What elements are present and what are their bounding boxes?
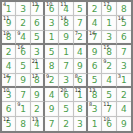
- cell-r6c9[interactable]: 31: [117, 74, 131, 88]
- cell-r6c1[interactable]: 167: [2, 74, 16, 88]
- cell-r4c8[interactable]: 158: [102, 45, 116, 59]
- cell-r9c7[interactable]: 1: [88, 117, 102, 131]
- digit-r5c9: 3: [121, 62, 127, 71]
- cell-r3c3[interactable]: 5: [31, 31, 45, 45]
- cell-r3c4[interactable]: 1: [45, 31, 59, 45]
- digit-r2c8: 1: [106, 19, 112, 28]
- digit-r8c9: 4: [121, 105, 127, 114]
- cage-sum-r7c1: 10: [3, 88, 9, 93]
- cell-r6c4[interactable]: 92: [45, 74, 59, 88]
- cell-r2c1[interactable]: 119: [2, 16, 16, 30]
- digit-r7c4: 4: [49, 91, 55, 100]
- cell-r5c8[interactable]: 92: [102, 59, 116, 73]
- cage-sum-r6c1: 16: [3, 74, 9, 79]
- digit-r3c4: 1: [49, 33, 55, 42]
- cell-r2c8[interactable]: 1: [102, 16, 116, 30]
- cell-r4c9[interactable]: 7: [117, 45, 131, 59]
- cell-r2c5[interactable]: 148: [59, 16, 73, 30]
- cell-r4c4[interactable]: 5: [45, 45, 59, 59]
- cage-sum-r8c2: 9: [17, 102, 20, 107]
- cell-r7c1[interactable]: 103: [2, 88, 16, 102]
- cell-r4c5[interactable]: 1: [59, 45, 73, 59]
- digit-r4c5: 1: [63, 48, 69, 57]
- cage-sum-r3c6: 7: [75, 31, 78, 36]
- digit-r1c7: 2: [92, 5, 98, 14]
- cage-sum-r7c6: 12: [75, 88, 81, 93]
- cell-r4c3[interactable]: 3: [31, 45, 45, 59]
- digit-r5c5: 7: [63, 62, 69, 71]
- cell-r5c1[interactable]: 4: [2, 59, 16, 73]
- digit-r4c3: 3: [34, 48, 40, 57]
- digit-r7c9: 2: [121, 91, 127, 100]
- cell-r8c1[interactable]: 6: [2, 102, 16, 116]
- digit-r8c1: 6: [6, 105, 12, 114]
- cell-r2c6[interactable]: 7: [74, 16, 88, 30]
- cell-r5c9[interactable]: 3: [117, 59, 131, 73]
- cell-r7c3[interactable]: 9: [31, 88, 45, 102]
- cell-r6c5[interactable]: 3: [59, 74, 73, 88]
- digit-r4c7: 9: [92, 48, 98, 57]
- digit-r7c8: 5: [106, 91, 112, 100]
- digit-r8c6: 8: [77, 105, 83, 114]
- cage-sum-r8c7: 8: [89, 102, 92, 107]
- cage-sum-r1c5: 11: [60, 2, 66, 7]
- digit-r1c6: 5: [77, 5, 83, 14]
- cell-r3c7[interactable]: 167: [88, 31, 102, 45]
- digit-r3c5: 9: [63, 33, 69, 42]
- cell-r8c8[interactable]: 117: [102, 102, 116, 116]
- cell-r4c7[interactable]: 9: [88, 45, 102, 59]
- sudoku-board: 4131371061145217981192631487411451089451…: [0, 0, 133, 133]
- cell-r7c6[interactable]: 121: [74, 88, 88, 102]
- digit-r4c6: 4: [77, 48, 83, 57]
- digit-r6c4: 2: [49, 76, 55, 85]
- cage-sum-r7c5: 20: [60, 88, 66, 93]
- digit-r3c3: 5: [34, 33, 40, 42]
- cell-r4c2[interactable]: 166: [16, 45, 30, 59]
- cage-sum-r3c1: 10: [3, 31, 9, 36]
- digit-r9c3: 4: [34, 120, 40, 129]
- cell-r1c5[interactable]: 114: [59, 2, 73, 16]
- digit-r6c9: 1: [121, 76, 127, 85]
- digit-r3c8: 3: [106, 33, 112, 42]
- cage-sum-r6c3: 17: [32, 74, 38, 79]
- digit-r6c7: 5: [92, 76, 98, 85]
- cell-r6c7[interactable]: 5: [88, 74, 102, 88]
- digit-r3c2: 4: [20, 33, 26, 42]
- digit-r1c9: 8: [121, 5, 127, 14]
- digit-r8c3: 2: [34, 105, 40, 114]
- cell-r6c6[interactable]: 86: [74, 74, 88, 88]
- digit-r6c5: 3: [63, 76, 69, 85]
- cage-sum-r1c8: 17: [103, 2, 109, 7]
- cage-sum-r7c7: 13: [89, 88, 95, 93]
- cell-r8c9[interactable]: 4: [117, 102, 131, 116]
- cage-sum-r1c1: 4: [3, 2, 6, 7]
- digit-r5c4: 8: [49, 62, 55, 71]
- cell-r9c1[interactable]: 125: [2, 117, 16, 131]
- cell-r8c3[interactable]: 2: [31, 102, 45, 116]
- digit-r1c1: 1: [6, 5, 12, 14]
- cell-r9c5[interactable]: 2: [59, 117, 73, 131]
- digit-r9c4: 7: [49, 120, 55, 129]
- digit-r2c3: 6: [34, 19, 40, 28]
- cage-sum-r4c2: 16: [17, 45, 23, 50]
- cell-r1c3[interactable]: 137: [31, 2, 45, 16]
- cell-r7c8[interactable]: 5: [102, 88, 116, 102]
- digit-r3c9: 6: [121, 33, 127, 42]
- digit-r2c4: 3: [49, 19, 55, 28]
- digit-r9c7: 1: [92, 120, 98, 129]
- digit-r8c7: 3: [92, 105, 98, 114]
- cage-sum-r3c2: 9: [17, 31, 20, 36]
- cell-r2c2[interactable]: 2: [16, 16, 30, 30]
- cage-sum-r4c8: 15: [103, 45, 109, 50]
- cell-r4c1[interactable]: 2: [2, 45, 16, 59]
- cell-r6c3[interactable]: 178: [31, 74, 45, 88]
- cell-r8c7[interactable]: 83: [88, 102, 102, 116]
- digit-r4c9: 7: [121, 48, 127, 57]
- digit-r4c4: 5: [49, 48, 55, 57]
- cage-sum-r9c1: 12: [3, 117, 9, 122]
- cell-r7c5[interactable]: 206: [59, 88, 73, 102]
- cell-r9c6[interactable]: 3: [74, 117, 88, 131]
- cell-r1c9[interactable]: 8: [117, 2, 131, 16]
- cell-r1c6[interactable]: 5: [74, 2, 88, 16]
- cell-r7c4[interactable]: 4: [45, 88, 59, 102]
- cell-r5c2[interactable]: 5: [16, 59, 30, 73]
- cell-r1c1[interactable]: 41: [2, 2, 16, 16]
- digit-r7c3: 9: [34, 91, 40, 100]
- digit-r9c9: 9: [121, 120, 127, 129]
- cell-r9c4[interactable]: 7: [45, 117, 59, 131]
- cell-r1c4[interactable]: 106: [45, 2, 59, 16]
- cell-r5c5[interactable]: 7: [59, 59, 73, 73]
- digit-r2c6: 7: [77, 19, 83, 28]
- cell-r5c3[interactable]: 211: [31, 59, 45, 73]
- digit-r9c1: 5: [6, 120, 12, 129]
- cage-sum-r5c3: 21: [32, 59, 38, 64]
- cell-r7c2[interactable]: 7: [16, 88, 30, 102]
- cage-sum-r1c4: 10: [46, 2, 52, 7]
- digit-r7c2: 7: [20, 91, 26, 100]
- cell-r5c6[interactable]: 9: [74, 59, 88, 73]
- cell-r8c6[interactable]: 8: [74, 102, 88, 116]
- cage-sum-r5c8: 9: [103, 59, 106, 64]
- cell-r8c2[interactable]: 91: [16, 102, 30, 116]
- cage-sum-r9c3: 13: [32, 117, 38, 122]
- cell-r2c7[interactable]: 4: [88, 16, 102, 30]
- cell-r8c5[interactable]: 5: [59, 102, 73, 116]
- cell-r1c7[interactable]: 2: [88, 2, 102, 16]
- cage-sum-r1c3: 13: [32, 2, 38, 7]
- cage-sum-r9c8: 10: [103, 117, 109, 122]
- cell-r9c8[interactable]: 106: [102, 117, 116, 131]
- cell-r7c7[interactable]: 138: [88, 88, 102, 102]
- digit-r6c8: 4: [106, 76, 112, 85]
- digit-r5c2: 5: [20, 62, 26, 71]
- digit-r2c2: 2: [20, 19, 26, 28]
- cell-r6c2[interactable]: 9: [16, 74, 30, 88]
- cell-r3c6[interactable]: 72: [74, 31, 88, 45]
- cell-r3c2[interactable]: 94: [16, 31, 30, 45]
- digit-r9c2: 8: [20, 120, 26, 129]
- cell-r3c8[interactable]: 3: [102, 31, 116, 45]
- cage-sum-r2c5: 14: [60, 16, 66, 21]
- cell-r4c6[interactable]: 4: [74, 45, 88, 59]
- cell-r3c1[interactable]: 108: [2, 31, 16, 45]
- cage-sum-r6c6: 8: [75, 74, 78, 79]
- cage-sum-r2c1: 11: [3, 16, 9, 21]
- cell-r2c3[interactable]: 6: [31, 16, 45, 30]
- digit-r8c2: 1: [20, 105, 26, 114]
- cell-r8c4[interactable]: 9: [45, 102, 59, 116]
- digit-r9c6: 3: [77, 120, 83, 129]
- cell-r9c2[interactable]: 8: [16, 117, 30, 131]
- cell-r1c2[interactable]: 3: [16, 2, 30, 16]
- cell-r2c9[interactable]: 145: [117, 16, 131, 30]
- cage-sum-r2c9: 14: [118, 16, 124, 21]
- cell-r3c5[interactable]: 9: [59, 31, 73, 45]
- cell-r3c9[interactable]: 6: [117, 31, 131, 45]
- cage-sum-r8c8: 11: [103, 102, 109, 107]
- digit-r5c7: 6: [92, 62, 98, 71]
- cell-r9c3[interactable]: 134: [31, 117, 45, 131]
- cell-r6c8[interactable]: 4: [102, 74, 116, 88]
- digit-r5c1: 4: [6, 62, 12, 71]
- cage-sum-r3c7: 16: [89, 31, 95, 36]
- digit-r9c5: 2: [63, 120, 69, 129]
- digit-r6c2: 9: [20, 76, 26, 85]
- cell-r1c8[interactable]: 179: [102, 2, 116, 16]
- digit-r8c4: 9: [49, 105, 55, 114]
- cell-r5c7[interactable]: 6: [88, 59, 102, 73]
- cell-r9c9[interactable]: 9: [117, 117, 131, 131]
- cage-sum-r6c4: 9: [46, 74, 49, 79]
- digit-r5c6: 9: [77, 62, 83, 71]
- digit-r4c1: 2: [6, 48, 12, 57]
- digit-r1c2: 3: [20, 5, 26, 14]
- digit-r2c7: 4: [92, 19, 98, 28]
- digit-r5c8: 2: [106, 62, 112, 71]
- digit-r9c8: 6: [106, 120, 112, 129]
- cage-sum-r6c9: 3: [118, 74, 121, 79]
- cell-r5c4[interactable]: 8: [45, 59, 59, 73]
- cell-r2c4[interactable]: 3: [45, 16, 59, 30]
- digit-r8c5: 5: [63, 105, 69, 114]
- cell-r7c9[interactable]: 2: [117, 88, 131, 102]
